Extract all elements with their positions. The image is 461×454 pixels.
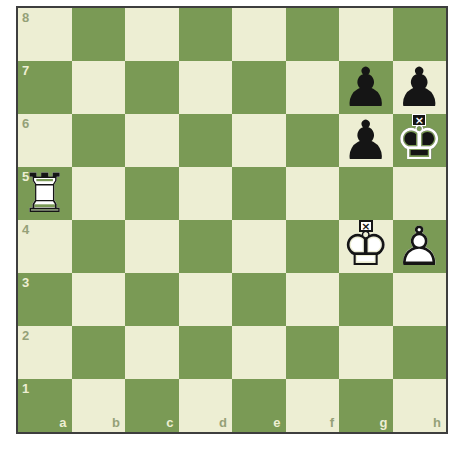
square-b6[interactable] xyxy=(72,114,126,167)
square-a7[interactable]: 7 xyxy=(18,61,72,114)
square-h4[interactable]: ♟︎♙︎ xyxy=(393,220,447,273)
square-c7[interactable] xyxy=(125,61,179,114)
square-g1[interactable]: g xyxy=(339,379,393,432)
square-c4[interactable] xyxy=(125,220,179,273)
square-g7[interactable]: ♟︎ xyxy=(339,61,393,114)
square-g3[interactable] xyxy=(339,273,393,326)
black-pawn: ♟︎ xyxy=(339,61,393,114)
white-king: ♚︎♔︎× xyxy=(339,220,393,273)
board-grid: 87♟︎♟︎6♟︎♚︎♔︎×5♜︎♖︎4♚︎♔︎×♟︎♙︎321abcdefgh xyxy=(18,8,446,432)
square-a6[interactable]: 6 xyxy=(18,114,72,167)
square-d4[interactable] xyxy=(179,220,233,273)
square-e7[interactable] xyxy=(232,61,286,114)
file-label-e: e xyxy=(273,416,280,429)
square-b2[interactable] xyxy=(72,326,126,379)
square-e6[interactable] xyxy=(232,114,286,167)
black-pawn: ♟︎ xyxy=(339,114,393,167)
square-c1[interactable]: c xyxy=(125,379,179,432)
square-c8[interactable] xyxy=(125,8,179,61)
square-a1[interactable]: 1a xyxy=(18,379,72,432)
file-label-f: f xyxy=(330,416,334,429)
square-g8[interactable] xyxy=(339,8,393,61)
square-e3[interactable] xyxy=(232,273,286,326)
square-f4[interactable] xyxy=(286,220,340,273)
square-d8[interactable] xyxy=(179,8,233,61)
square-g5[interactable] xyxy=(339,167,393,220)
square-e1[interactable]: e xyxy=(232,379,286,432)
square-a8[interactable]: 8 xyxy=(18,8,72,61)
file-label-c: c xyxy=(166,416,173,429)
rank-label-7: 7 xyxy=(22,64,29,77)
square-d1[interactable]: d xyxy=(179,379,233,432)
square-f1[interactable]: f xyxy=(286,379,340,432)
square-d6[interactable] xyxy=(179,114,233,167)
white-pawn: ♟︎♙︎ xyxy=(393,220,447,273)
square-h1[interactable]: h xyxy=(393,379,447,432)
file-label-g: g xyxy=(380,416,388,429)
square-h5[interactable] xyxy=(393,167,447,220)
square-b1[interactable]: b xyxy=(72,379,126,432)
rank-label-3: 3 xyxy=(22,276,29,289)
square-a2[interactable]: 2 xyxy=(18,326,72,379)
black-king: ♚︎♔︎× xyxy=(393,114,447,167)
square-h6[interactable]: ♚︎♔︎× xyxy=(393,114,447,167)
white-rook: ♜︎♖︎ xyxy=(18,167,72,220)
file-label-d: d xyxy=(219,416,227,429)
king-x-mark-icon: × xyxy=(359,220,373,232)
square-a3[interactable]: 3 xyxy=(18,273,72,326)
rank-label-2: 2 xyxy=(22,329,29,342)
square-d7[interactable] xyxy=(179,61,233,114)
rank-label-6: 6 xyxy=(22,117,29,130)
square-d3[interactable] xyxy=(179,273,233,326)
square-e4[interactable] xyxy=(232,220,286,273)
rank-label-1: 1 xyxy=(22,382,29,395)
page: { "game": "chess", "position": { "fen": … xyxy=(0,0,461,454)
square-b7[interactable] xyxy=(72,61,126,114)
chess-board: 87♟︎♟︎6♟︎♚︎♔︎×5♜︎♖︎4♚︎♔︎×♟︎♙︎321abcdefgh xyxy=(16,6,448,434)
square-a5[interactable]: 5♜︎♖︎ xyxy=(18,167,72,220)
file-label-h: h xyxy=(433,416,441,429)
square-f5[interactable] xyxy=(286,167,340,220)
square-h2[interactable] xyxy=(393,326,447,379)
square-f2[interactable] xyxy=(286,326,340,379)
file-label-a: a xyxy=(59,416,66,429)
rank-label-8: 8 xyxy=(22,11,29,24)
rank-label-4: 4 xyxy=(22,223,29,236)
square-h3[interactable] xyxy=(393,273,447,326)
file-label-b: b xyxy=(112,416,120,429)
king-x-mark-icon: × xyxy=(412,114,426,126)
square-b3[interactable] xyxy=(72,273,126,326)
square-c2[interactable] xyxy=(125,326,179,379)
square-f6[interactable] xyxy=(286,114,340,167)
square-e5[interactable] xyxy=(232,167,286,220)
square-c5[interactable] xyxy=(125,167,179,220)
square-e8[interactable] xyxy=(232,8,286,61)
square-f3[interactable] xyxy=(286,273,340,326)
square-g4[interactable]: ♚︎♔︎× xyxy=(339,220,393,273)
square-a4[interactable]: 4 xyxy=(18,220,72,273)
square-d5[interactable] xyxy=(179,167,233,220)
square-f7[interactable] xyxy=(286,61,340,114)
black-pawn: ♟︎ xyxy=(393,61,447,114)
square-h8[interactable] xyxy=(393,8,447,61)
square-b4[interactable] xyxy=(72,220,126,273)
square-c6[interactable] xyxy=(125,114,179,167)
square-d2[interactable] xyxy=(179,326,233,379)
square-c3[interactable] xyxy=(125,273,179,326)
square-e2[interactable] xyxy=(232,326,286,379)
square-h7[interactable]: ♟︎ xyxy=(393,61,447,114)
square-b8[interactable] xyxy=(72,8,126,61)
square-b5[interactable] xyxy=(72,167,126,220)
square-f8[interactable] xyxy=(286,8,340,61)
square-g6[interactable]: ♟︎ xyxy=(339,114,393,167)
square-g2[interactable] xyxy=(339,326,393,379)
